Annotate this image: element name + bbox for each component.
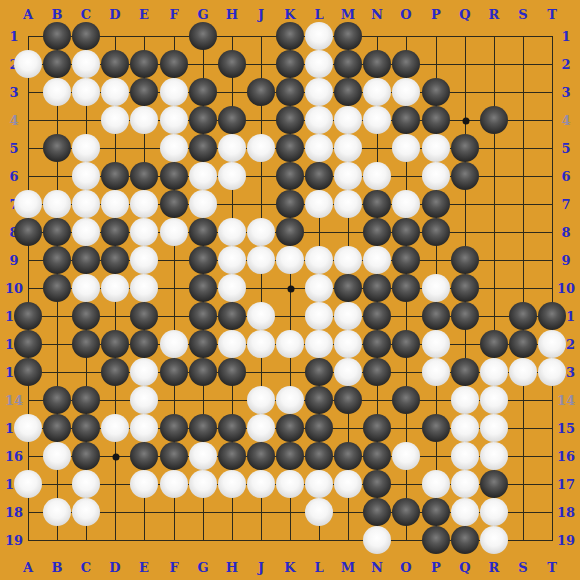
stone-white-h12[interactable] [218,330,246,358]
col-label-bottom-p: P [431,561,441,574]
stone-white-n3[interactable] [363,78,391,106]
stone-black-f15[interactable] [160,414,188,442]
star-point-q4 [462,117,469,124]
stone-black-c16[interactable] [72,442,100,470]
stone-black-g15[interactable] [189,414,217,442]
row-label-left-9: 9 [9,254,18,267]
stone-white-l18[interactable] [305,498,333,526]
stone-black-n13[interactable] [363,358,391,386]
stone-white-c17[interactable] [72,470,100,498]
stone-black-p19[interactable] [422,526,450,554]
stone-black-k3[interactable] [276,78,304,106]
row-label-right-8: 8 [561,226,570,239]
col-label-bottom-c: C [81,561,91,574]
stone-white-m7[interactable] [334,190,362,218]
row-label-right-15: 15 [557,422,575,435]
stone-white-g6[interactable] [189,162,217,190]
col-label-top-n: N [371,8,383,21]
stone-black-p11[interactable] [422,302,450,330]
stone-black-b1[interactable] [43,22,71,50]
stone-black-k1[interactable] [276,22,304,50]
col-label-bottom-e: E [139,561,149,574]
stone-white-o16[interactable] [392,442,420,470]
stone-white-f5[interactable] [160,134,188,162]
stone-white-d7[interactable] [101,190,129,218]
stone-black-e6[interactable] [130,162,158,190]
stone-black-g13[interactable] [189,358,217,386]
stone-white-r14[interactable] [480,386,508,414]
stone-black-c14[interactable] [72,386,100,414]
stone-white-e17[interactable] [130,470,158,498]
stone-white-f8[interactable] [160,218,188,246]
stone-white-e9[interactable] [130,246,158,274]
stone-black-n16[interactable] [363,442,391,470]
row-label-left-3: 3 [9,86,18,99]
row-label-right-1: 1 [561,30,570,43]
stone-white-h17[interactable] [218,470,246,498]
stone-white-j9[interactable] [247,246,275,274]
stone-black-c9[interactable] [72,246,100,274]
stone-white-l10[interactable] [305,274,333,302]
stone-black-n18[interactable] [363,498,391,526]
stone-black-g12[interactable] [189,330,217,358]
stone-white-h10[interactable] [218,274,246,302]
stone-white-n19[interactable] [363,526,391,554]
col-label-bottom-h: H [226,561,238,574]
go-board-19x19[interactable]: AABBCCDDEEFFGGHHJJKKLLMMNNOOPPQQRRSSTT11… [0,0,580,580]
stone-black-d6[interactable] [101,162,129,190]
stone-black-e3[interactable] [130,78,158,106]
stone-white-t13[interactable] [538,358,566,386]
stone-black-h11[interactable] [218,302,246,330]
stone-white-j8[interactable] [247,218,275,246]
stone-black-q19[interactable] [451,526,479,554]
stone-black-n11[interactable] [363,302,391,330]
stone-white-n4[interactable] [363,106,391,134]
stone-black-e2[interactable] [130,50,158,78]
stone-black-f2[interactable] [160,50,188,78]
stone-white-k17[interactable] [276,470,304,498]
stone-black-n2[interactable] [363,50,391,78]
stone-black-d2[interactable] [101,50,129,78]
row-label-left-14: 14 [5,394,23,407]
stone-black-p3[interactable] [422,78,450,106]
stone-black-p18[interactable] [422,498,450,526]
col-label-top-p: P [431,8,441,21]
col-label-bottom-r: R [489,561,500,574]
stone-white-m11[interactable] [334,302,362,330]
col-label-top-k: K [284,8,295,21]
stone-white-h6[interactable] [218,162,246,190]
stone-white-r15[interactable] [480,414,508,442]
col-label-top-s: S [518,8,527,21]
stone-black-r17[interactable] [480,470,508,498]
stone-white-b16[interactable] [43,442,71,470]
row-label-right-16: 16 [557,450,575,463]
col-label-bottom-b: B [52,561,63,574]
stone-black-o8[interactable] [392,218,420,246]
stone-black-m1[interactable] [334,22,362,50]
star-point-k10 [287,285,294,292]
stone-white-r16[interactable] [480,442,508,470]
stone-black-f13[interactable] [160,358,188,386]
stone-black-f6[interactable] [160,162,188,190]
stone-black-k7[interactable] [276,190,304,218]
stone-white-j17[interactable] [247,470,275,498]
stone-white-q18[interactable] [451,498,479,526]
stone-black-j3[interactable] [247,78,275,106]
stone-white-c6[interactable] [72,162,100,190]
stone-white-a15[interactable] [14,414,42,442]
stone-black-b2[interactable] [43,50,71,78]
stone-white-q17[interactable] [451,470,479,498]
stone-white-p6[interactable] [422,162,450,190]
row-label-left-4: 4 [9,114,18,127]
stone-black-f7[interactable] [160,190,188,218]
stone-black-g5[interactable] [189,134,217,162]
stone-white-m12[interactable] [334,330,362,358]
stone-white-l5[interactable] [305,134,333,162]
col-label-top-f: F [169,8,178,21]
stone-white-c7[interactable] [72,190,100,218]
stone-white-p12[interactable] [422,330,450,358]
stone-white-e10[interactable] [130,274,158,302]
stone-white-d15[interactable] [101,414,129,442]
stone-white-j15[interactable] [247,414,275,442]
stone-white-a17[interactable] [14,470,42,498]
row-label-right-3: 3 [561,86,570,99]
stone-white-f12[interactable] [160,330,188,358]
col-label-top-q: Q [459,8,470,21]
stone-white-l2[interactable] [305,50,333,78]
stone-white-m13[interactable] [334,358,362,386]
stone-white-m9[interactable] [334,246,362,274]
stone-black-q5[interactable] [451,134,479,162]
stone-black-q9[interactable] [451,246,479,274]
stone-black-j16[interactable] [247,442,275,470]
stone-black-m2[interactable] [334,50,362,78]
stone-black-g3[interactable] [189,78,217,106]
stone-black-f16[interactable] [160,442,188,470]
stone-black-b14[interactable] [43,386,71,414]
stone-white-k9[interactable] [276,246,304,274]
stone-white-f17[interactable] [160,470,188,498]
col-label-top-b: B [52,8,63,21]
stone-white-c2[interactable] [72,50,100,78]
stone-white-h5[interactable] [218,134,246,162]
col-label-bottom-t: T [547,561,557,574]
stone-white-o7[interactable] [392,190,420,218]
row-label-left-18: 18 [5,506,23,519]
stone-black-k15[interactable] [276,414,304,442]
stone-black-s12[interactable] [509,330,537,358]
stone-white-t12[interactable] [538,330,566,358]
stone-white-e13[interactable] [130,358,158,386]
stone-black-g1[interactable] [189,22,217,50]
stone-black-b9[interactable] [43,246,71,274]
stone-black-n15[interactable] [363,414,391,442]
col-label-top-j: J [258,8,264,21]
stone-black-h15[interactable] [218,414,246,442]
stone-white-l12[interactable] [305,330,333,358]
stone-black-r4[interactable] [480,106,508,134]
stone-black-b5[interactable] [43,134,71,162]
stone-black-k5[interactable] [276,134,304,162]
stone-black-n12[interactable] [363,330,391,358]
stone-black-p4[interactable] [422,106,450,134]
col-label-top-m: M [341,8,355,21]
row-label-right-17: 17 [557,478,575,491]
stone-white-e4[interactable] [130,106,158,134]
stone-black-d8[interactable] [101,218,129,246]
stone-black-e11[interactable] [130,302,158,330]
stone-black-r12[interactable] [480,330,508,358]
stone-black-g8[interactable] [189,218,217,246]
stone-black-c12[interactable] [72,330,100,358]
stone-white-q14[interactable] [451,386,479,414]
stone-white-p17[interactable] [422,470,450,498]
stone-black-n10[interactable] [363,274,391,302]
stone-black-m10[interactable] [334,274,362,302]
col-label-bottom-o: O [400,561,411,574]
stone-white-a2[interactable] [14,50,42,78]
col-label-bottom-a: A [23,561,33,574]
stone-black-e16[interactable] [130,442,158,470]
stone-white-c10[interactable] [72,274,100,302]
stone-black-c11[interactable] [72,302,100,330]
stone-black-p15[interactable] [422,414,450,442]
stone-white-l3[interactable] [305,78,333,106]
stone-white-l17[interactable] [305,470,333,498]
col-label-top-e: E [139,8,149,21]
col-label-bottom-s: S [518,561,527,574]
stone-white-d3[interactable] [101,78,129,106]
row-label-left-10: 10 [5,282,23,295]
stone-black-k4[interactable] [276,106,304,134]
stone-white-j12[interactable] [247,330,275,358]
stone-white-h8[interactable] [218,218,246,246]
stone-white-l7[interactable] [305,190,333,218]
col-label-top-a: A [23,8,33,21]
stone-white-q16[interactable] [451,442,479,470]
col-label-bottom-d: D [109,561,120,574]
row-label-right-18: 18 [557,506,575,519]
row-label-left-5: 5 [9,142,18,155]
col-label-top-h: H [226,8,238,21]
stone-white-b18[interactable] [43,498,71,526]
stone-black-p8[interactable] [422,218,450,246]
stone-black-h4[interactable] [218,106,246,134]
stone-white-o3[interactable] [392,78,420,106]
stone-black-h16[interactable] [218,442,246,470]
row-label-right-10: 10 [557,282,575,295]
row-label-right-19: 19 [557,534,575,547]
stone-white-l4[interactable] [305,106,333,134]
row-label-right-2: 2 [561,58,570,71]
stone-white-m5[interactable] [334,134,362,162]
col-label-bottom-m: M [341,561,355,574]
stone-white-o5[interactable] [392,134,420,162]
stone-black-h13[interactable] [218,358,246,386]
stone-black-k2[interactable] [276,50,304,78]
stone-white-h9[interactable] [218,246,246,274]
stone-white-e8[interactable] [130,218,158,246]
stone-black-d9[interactable] [101,246,129,274]
stone-black-l13[interactable] [305,358,333,386]
stone-white-r13[interactable] [480,358,508,386]
row-label-left-16: 16 [5,450,23,463]
stone-black-n17[interactable] [363,470,391,498]
stone-white-g16[interactable] [189,442,217,470]
stone-black-n7[interactable] [363,190,391,218]
stone-white-j14[interactable] [247,386,275,414]
col-label-bottom-j: J [258,561,264,574]
col-label-bottom-g: G [197,561,208,574]
col-label-top-g: G [197,8,208,21]
stone-white-d10[interactable] [101,274,129,302]
stone-black-m16[interactable] [334,442,362,470]
row-label-right-4: 4 [561,114,570,127]
stone-black-k6[interactable] [276,162,304,190]
col-label-top-c: C [81,8,91,21]
col-label-top-l: L [314,8,323,21]
stone-white-c3[interactable] [72,78,100,106]
stone-black-a11[interactable] [14,302,42,330]
stone-white-g17[interactable] [189,470,217,498]
stone-black-a8[interactable] [14,218,42,246]
col-label-top-t: T [547,8,557,21]
stone-black-l16[interactable] [305,442,333,470]
stone-white-j5[interactable] [247,134,275,162]
stone-black-n8[interactable] [363,218,391,246]
stone-white-c18[interactable] [72,498,100,526]
stone-white-p5[interactable] [422,134,450,162]
stone-white-c8[interactable] [72,218,100,246]
stone-black-q10[interactable] [451,274,479,302]
stone-white-n9[interactable] [363,246,391,274]
row-label-left-19: 19 [5,534,23,547]
stone-white-l1[interactable] [305,22,333,50]
stone-black-o10[interactable] [392,274,420,302]
stone-white-j11[interactable] [247,302,275,330]
stone-black-g9[interactable] [189,246,217,274]
stone-white-n6[interactable] [363,162,391,190]
stone-black-o9[interactable] [392,246,420,274]
stone-white-d4[interactable] [101,106,129,134]
row-label-right-7: 7 [561,198,570,211]
stone-black-d12[interactable] [101,330,129,358]
stone-white-k14[interactable] [276,386,304,414]
stone-white-a7[interactable] [14,190,42,218]
stone-black-b8[interactable] [43,218,71,246]
stone-white-b3[interactable] [43,78,71,106]
stone-white-q15[interactable] [451,414,479,442]
row-label-left-6: 6 [9,170,18,183]
col-label-bottom-q: Q [459,561,470,574]
row-label-right-14: 14 [557,394,575,407]
stone-white-e14[interactable] [130,386,158,414]
stone-black-p7[interactable] [422,190,450,218]
col-label-top-o: O [400,8,411,21]
stone-black-a12[interactable] [14,330,42,358]
stone-black-b10[interactable] [43,274,71,302]
stone-black-m14[interactable] [334,386,362,414]
stone-black-c15[interactable] [72,414,100,442]
stone-black-a13[interactable] [14,358,42,386]
stone-white-e15[interactable] [130,414,158,442]
stone-black-o12[interactable] [392,330,420,358]
row-label-right-5: 5 [561,142,570,155]
stone-black-l15[interactable] [305,414,333,442]
stone-black-o14[interactable] [392,386,420,414]
stone-black-g11[interactable] [189,302,217,330]
col-label-bottom-n: N [371,561,383,574]
stone-black-s11[interactable] [509,302,537,330]
stone-black-l6[interactable] [305,162,333,190]
stone-black-e12[interactable] [130,330,158,358]
stone-black-l14[interactable] [305,386,333,414]
stone-black-d13[interactable] [101,358,129,386]
col-label-top-d: D [109,8,120,21]
stone-black-c1[interactable] [72,22,100,50]
stone-black-o4[interactable] [392,106,420,134]
stone-black-k16[interactable] [276,442,304,470]
stone-white-e7[interactable] [130,190,158,218]
col-label-bottom-l: L [314,561,323,574]
stone-white-m17[interactable] [334,470,362,498]
stone-white-m6[interactable] [334,162,362,190]
stone-white-p13[interactable] [422,358,450,386]
stone-black-g4[interactable] [189,106,217,134]
row-label-right-6: 6 [561,170,570,183]
stone-white-k12[interactable] [276,330,304,358]
stone-white-r19[interactable] [480,526,508,554]
col-label-top-r: R [489,8,500,21]
col-label-bottom-f: F [169,561,178,574]
stone-white-c5[interactable] [72,134,100,162]
stone-white-s13[interactable] [509,358,537,386]
stone-white-g7[interactable] [189,190,217,218]
col-label-bottom-k: K [284,561,295,574]
stone-black-o2[interactable] [392,50,420,78]
stone-black-b15[interactable] [43,414,71,442]
stone-black-k8[interactable] [276,218,304,246]
stone-black-q11[interactable] [451,302,479,330]
stone-black-t11[interactable] [538,302,566,330]
stone-black-g10[interactable] [189,274,217,302]
stone-white-b7[interactable] [43,190,71,218]
stone-white-l9[interactable] [305,246,333,274]
stone-black-o18[interactable] [392,498,420,526]
stone-white-f4[interactable] [160,106,188,134]
star-point-d16 [112,453,119,460]
stone-black-q13[interactable] [451,358,479,386]
stone-white-l11[interactable] [305,302,333,330]
stone-white-f3[interactable] [160,78,188,106]
stone-white-r18[interactable] [480,498,508,526]
stone-white-m4[interactable] [334,106,362,134]
stone-white-p10[interactable] [422,274,450,302]
stone-black-m3[interactable] [334,78,362,106]
row-label-right-9: 9 [561,254,570,267]
row-label-left-1: 1 [9,30,18,43]
stone-black-h2[interactable] [218,50,246,78]
stone-black-q6[interactable] [451,162,479,190]
